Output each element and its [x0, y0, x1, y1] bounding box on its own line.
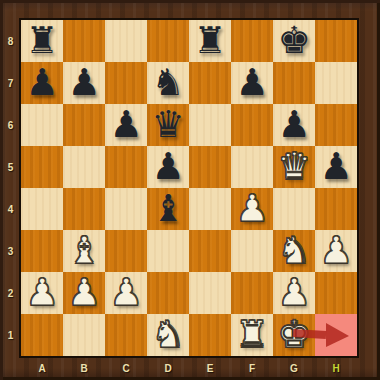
- file-label-f: F: [231, 356, 273, 380]
- piece-black-pawn[interactable]: ♟: [319, 146, 352, 188]
- piece-black-pawn[interactable]: ♟: [277, 104, 310, 146]
- rank-labels: 87654321: [0, 20, 21, 356]
- square-h3[interactable]: ♟: [315, 230, 357, 272]
- square-h5[interactable]: ♟: [315, 146, 357, 188]
- square-b8[interactable]: [63, 20, 105, 62]
- square-c1[interactable]: [105, 314, 147, 356]
- square-b1[interactable]: [63, 314, 105, 356]
- piece-black-king[interactable]: ♚: [277, 20, 310, 62]
- square-d2[interactable]: [147, 272, 189, 314]
- chess-board[interactable]: ♜♜♚♟♟♞♟♟♛♟♟♛♟♝♟♝♞♟♟♟♟♟♞♜♚: [21, 20, 357, 356]
- square-g7[interactable]: [273, 62, 315, 104]
- square-c4[interactable]: [105, 188, 147, 230]
- square-b7[interactable]: ♟: [63, 62, 105, 104]
- square-g6[interactable]: ♟: [273, 104, 315, 146]
- square-h4[interactable]: [315, 188, 357, 230]
- square-b5[interactable]: [63, 146, 105, 188]
- piece-black-bishop[interactable]: ♝: [151, 188, 184, 230]
- piece-white-pawn[interactable]: ♟: [235, 188, 268, 230]
- square-f1[interactable]: ♜: [231, 314, 273, 356]
- square-a7[interactable]: ♟: [21, 62, 63, 104]
- square-c8[interactable]: [105, 20, 147, 62]
- piece-white-pawn[interactable]: ♟: [109, 272, 142, 314]
- piece-black-rook[interactable]: ♜: [25, 20, 58, 62]
- square-a3[interactable]: [21, 230, 63, 272]
- square-e1[interactable]: [189, 314, 231, 356]
- square-f4[interactable]: ♟: [231, 188, 273, 230]
- square-d8[interactable]: [147, 20, 189, 62]
- piece-white-pawn[interactable]: ♟: [67, 272, 100, 314]
- rank-label-5: 5: [0, 146, 21, 188]
- rank-label-4: 4: [0, 188, 21, 230]
- square-g4[interactable]: [273, 188, 315, 230]
- square-b3[interactable]: ♝: [63, 230, 105, 272]
- square-h1[interactable]: [315, 314, 357, 356]
- square-h2[interactable]: [315, 272, 357, 314]
- piece-white-rook[interactable]: ♜: [235, 314, 268, 356]
- square-d4[interactable]: ♝: [147, 188, 189, 230]
- square-b2[interactable]: ♟: [63, 272, 105, 314]
- square-f3[interactable]: [231, 230, 273, 272]
- chessboard-window: 87654321 ABCDEFGH ♜♜♚♟♟♞♟♟♛♟♟♛♟♝♟♝♞♟♟♟♟♟…: [0, 0, 380, 380]
- square-e2[interactable]: [189, 272, 231, 314]
- square-e7[interactable]: [189, 62, 231, 104]
- square-a1[interactable]: [21, 314, 63, 356]
- piece-black-knight[interactable]: ♞: [151, 62, 184, 104]
- file-label-c: C: [105, 356, 147, 380]
- file-label-g: G: [273, 356, 315, 380]
- square-a4[interactable]: [21, 188, 63, 230]
- square-e3[interactable]: [189, 230, 231, 272]
- file-labels: ABCDEFGH: [21, 356, 357, 380]
- square-g2[interactable]: ♟: [273, 272, 315, 314]
- piece-black-pawn[interactable]: ♟: [109, 104, 142, 146]
- file-label-a: A: [21, 356, 63, 380]
- rank-label-8: 8: [0, 20, 21, 62]
- square-b4[interactable]: [63, 188, 105, 230]
- square-e4[interactable]: [189, 188, 231, 230]
- piece-white-pawn[interactable]: ♟: [277, 272, 310, 314]
- square-e6[interactable]: [189, 104, 231, 146]
- square-g8[interactable]: ♚: [273, 20, 315, 62]
- square-h8[interactable]: [315, 20, 357, 62]
- square-g1[interactable]: ♚: [273, 314, 315, 356]
- piece-black-pawn[interactable]: ♟: [25, 62, 58, 104]
- piece-black-pawn[interactable]: ♟: [151, 146, 184, 188]
- file-label-h: H: [315, 356, 357, 380]
- square-c2[interactable]: ♟: [105, 272, 147, 314]
- square-a2[interactable]: ♟: [21, 272, 63, 314]
- rank-label-2: 2: [0, 272, 21, 314]
- rank-label-6: 6: [0, 104, 21, 146]
- rank-label-7: 7: [0, 62, 21, 104]
- rank-label-1: 1: [0, 314, 21, 356]
- square-f6[interactable]: [231, 104, 273, 146]
- square-f5[interactable]: [231, 146, 273, 188]
- piece-white-pawn[interactable]: ♟: [25, 272, 58, 314]
- square-d7[interactable]: ♞: [147, 62, 189, 104]
- square-a5[interactable]: [21, 146, 63, 188]
- rank-label-3: 3: [0, 230, 21, 272]
- piece-black-rook[interactable]: ♜: [193, 20, 226, 62]
- square-f8[interactable]: [231, 20, 273, 62]
- square-d5[interactable]: ♟: [147, 146, 189, 188]
- piece-white-queen[interactable]: ♛: [277, 146, 310, 188]
- piece-white-king[interactable]: ♚: [277, 314, 310, 356]
- square-e8[interactable]: ♜: [189, 20, 231, 62]
- file-label-b: B: [63, 356, 105, 380]
- square-h7[interactable]: [315, 62, 357, 104]
- square-h6[interactable]: [315, 104, 357, 146]
- square-a8[interactable]: ♜: [21, 20, 63, 62]
- square-d3[interactable]: [147, 230, 189, 272]
- piece-white-bishop[interactable]: ♝: [67, 230, 100, 272]
- piece-white-knight[interactable]: ♞: [151, 314, 184, 356]
- square-c3[interactable]: [105, 230, 147, 272]
- file-label-d: D: [147, 356, 189, 380]
- square-d1[interactable]: ♞: [147, 314, 189, 356]
- piece-black-queen[interactable]: ♛: [151, 104, 184, 146]
- square-a6[interactable]: [21, 104, 63, 146]
- piece-black-pawn[interactable]: ♟: [235, 62, 268, 104]
- piece-white-pawn[interactable]: ♟: [319, 230, 352, 272]
- square-c7[interactable]: [105, 62, 147, 104]
- square-c5[interactable]: [105, 146, 147, 188]
- square-f7[interactable]: ♟: [231, 62, 273, 104]
- square-e5[interactable]: [189, 146, 231, 188]
- piece-white-knight[interactable]: ♞: [277, 230, 310, 272]
- piece-black-pawn[interactable]: ♟: [67, 62, 100, 104]
- square-d6[interactable]: ♛: [147, 104, 189, 146]
- square-g3[interactable]: ♞: [273, 230, 315, 272]
- square-c6[interactable]: ♟: [105, 104, 147, 146]
- square-g5[interactable]: ♛: [273, 146, 315, 188]
- file-label-e: E: [189, 356, 231, 380]
- square-b6[interactable]: [63, 104, 105, 146]
- square-f2[interactable]: [231, 272, 273, 314]
